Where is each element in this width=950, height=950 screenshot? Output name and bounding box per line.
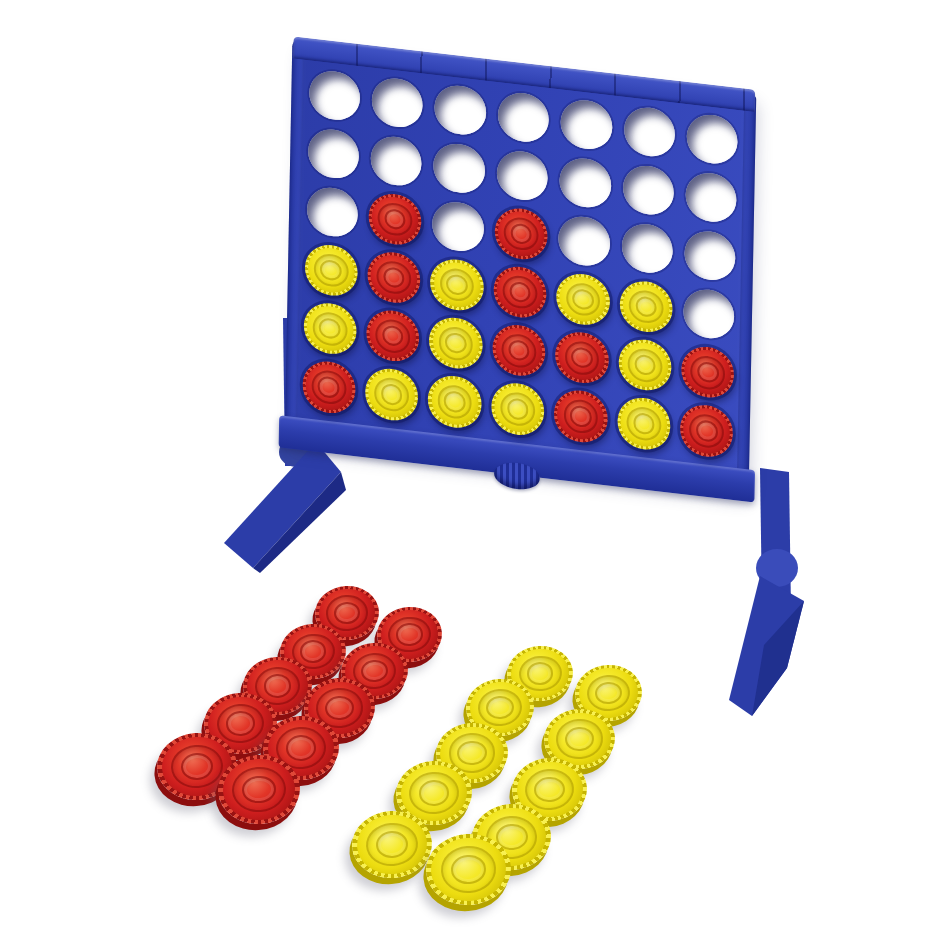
yellow-disc-tray [0,0,950,950]
photo-canvas [0,0,950,950]
